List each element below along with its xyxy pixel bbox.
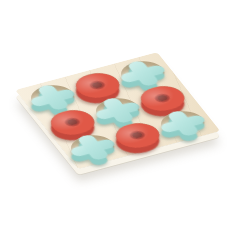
tic-tac-toe-board (15, 52, 220, 169)
product-photo-scene (0, 0, 236, 236)
